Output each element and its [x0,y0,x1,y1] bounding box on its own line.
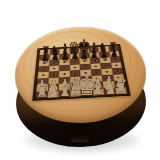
square-a1 [36,91,48,99]
board-frame [32,44,131,101]
square-c1 [59,90,70,98]
base-drawer-notch [70,124,89,141]
square-d1 [70,89,82,97]
square-f1 [92,88,104,96]
square-e1 [81,89,93,97]
chess-board-grid [36,46,127,99]
chess-set-photo: ♜♞♝♛♚♝♞♜♟♟♟♟♟♟♟♟♟♟♟♟♟♟♟♟♜♞♝♛♚♝♞♜ [0,0,160,160]
square-h1 [115,87,128,95]
square-b1 [47,90,59,98]
